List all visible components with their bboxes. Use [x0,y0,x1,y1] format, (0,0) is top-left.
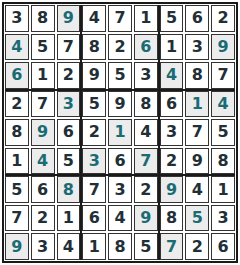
cell-r9c6[interactable]: 5 [134,233,158,260]
cell-r4c7[interactable]: 6 [160,91,184,118]
cell-r1c2[interactable]: 8 [31,5,55,32]
cell-r9c1[interactable]: 9 [5,233,29,260]
cell-r2c9[interactable]: 9 [211,34,235,61]
cell-r4c9[interactable]: 4 [211,91,235,118]
cell-r3c8[interactable]: 8 [185,62,209,89]
cell-r5c6[interactable]: 4 [134,119,158,146]
cell-r3c2[interactable]: 1 [31,62,55,89]
cell-r5c4[interactable]: 2 [82,119,106,146]
cell-r2c4[interactable]: 8 [82,34,106,61]
cell-r5c5[interactable]: 1 [108,119,132,146]
cell-r7c9[interactable]: 1 [211,176,235,203]
cell-r6c5[interactable]: 6 [108,148,132,175]
cell-r5c3[interactable]: 6 [57,119,81,146]
cell-r2c3[interactable]: 7 [57,34,81,61]
cell-r1c4[interactable]: 4 [82,5,106,32]
cell-r7c3[interactable]: 8 [57,176,81,203]
cell-r1c5[interactable]: 7 [108,5,132,32]
cell-r5c1[interactable]: 8 [5,119,29,146]
cell-r1c7[interactable]: 5 [160,5,184,32]
cell-r1c6[interactable]: 1 [134,5,158,32]
cell-r6c4[interactable]: 3 [82,148,106,175]
cell-r8c7[interactable]: 8 [160,205,184,232]
cell-r5c2[interactable]: 9 [31,119,55,146]
cell-r9c4[interactable]: 1 [82,233,106,260]
sudoku-grid: 3894715624578261396129534872735986148962… [5,5,235,260]
cell-r5c9[interactable]: 5 [211,119,235,146]
cell-r7c7[interactable]: 9 [160,176,184,203]
cell-r9c2[interactable]: 3 [31,233,55,260]
cell-r1c3[interactable]: 9 [57,5,81,32]
cell-r6c3[interactable]: 5 [57,148,81,175]
cell-r3c5[interactable]: 5 [108,62,132,89]
cell-r4c1[interactable]: 2 [5,91,29,118]
cell-r2c8[interactable]: 3 [185,34,209,61]
cell-r7c5[interactable]: 3 [108,176,132,203]
cell-r4c4[interactable]: 5 [82,91,106,118]
cell-r3c4[interactable]: 9 [82,62,106,89]
cell-r9c3[interactable]: 4 [57,233,81,260]
cell-r3c3[interactable]: 2 [57,62,81,89]
cell-r8c9[interactable]: 3 [211,205,235,232]
cell-r6c7[interactable]: 2 [160,148,184,175]
cell-r4c8[interactable]: 1 [185,91,209,118]
cell-r3c7[interactable]: 4 [160,62,184,89]
cell-r8c4[interactable]: 6 [82,205,106,232]
cell-r9c7[interactable]: 7 [160,233,184,260]
cell-r7c8[interactable]: 4 [185,176,209,203]
cell-r3c9[interactable]: 7 [211,62,235,89]
sudoku-board: 3894715624578261396129534872735986148962… [2,2,238,263]
cell-r2c7[interactable]: 1 [160,34,184,61]
cell-r6c9[interactable]: 8 [211,148,235,175]
cell-r1c9[interactable]: 2 [211,5,235,32]
cell-r7c2[interactable]: 6 [31,176,55,203]
cell-r9c9[interactable]: 6 [211,233,235,260]
cell-r4c6[interactable]: 8 [134,91,158,118]
cell-r4c5[interactable]: 9 [108,91,132,118]
cell-r3c1[interactable]: 6 [5,62,29,89]
cell-r7c4[interactable]: 7 [82,176,106,203]
cell-r9c8[interactable]: 2 [185,233,209,260]
cell-r8c2[interactable]: 2 [31,205,55,232]
cell-r6c6[interactable]: 7 [134,148,158,175]
cell-r2c5[interactable]: 2 [108,34,132,61]
cell-r7c6[interactable]: 2 [134,176,158,203]
cell-r6c1[interactable]: 1 [5,148,29,175]
cell-r3c6[interactable]: 3 [134,62,158,89]
cell-r8c8[interactable]: 5 [185,205,209,232]
cell-r7c1[interactable]: 5 [5,176,29,203]
cell-r8c6[interactable]: 9 [134,205,158,232]
cell-r1c1[interactable]: 3 [5,5,29,32]
cell-r6c2[interactable]: 4 [31,148,55,175]
cell-r8c5[interactable]: 4 [108,205,132,232]
cell-r8c1[interactable]: 7 [5,205,29,232]
cell-r9c5[interactable]: 8 [108,233,132,260]
cell-r2c6[interactable]: 6 [134,34,158,61]
cell-r2c1[interactable]: 4 [5,34,29,61]
cell-r8c3[interactable]: 1 [57,205,81,232]
cell-r5c8[interactable]: 7 [185,119,209,146]
cell-r2c2[interactable]: 5 [31,34,55,61]
cell-r5c7[interactable]: 3 [160,119,184,146]
cell-r6c8[interactable]: 9 [185,148,209,175]
cell-r4c2[interactable]: 7 [31,91,55,118]
cell-r4c3[interactable]: 3 [57,91,81,118]
cell-r1c8[interactable]: 6 [185,5,209,32]
